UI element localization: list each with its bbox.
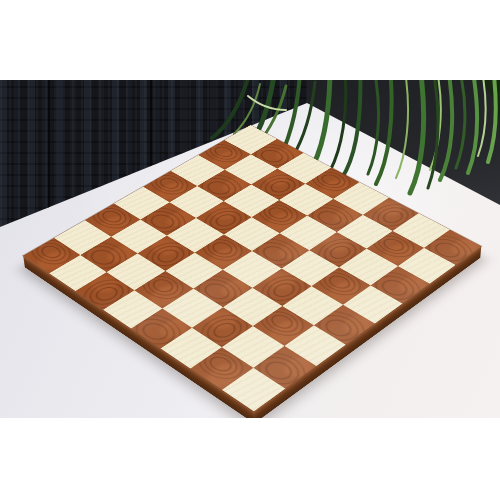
photo-area bbox=[0, 80, 500, 418]
bottom-white-band bbox=[0, 418, 500, 500]
top-white-band bbox=[0, 0, 500, 80]
product-photo-chessboard bbox=[0, 0, 500, 500]
